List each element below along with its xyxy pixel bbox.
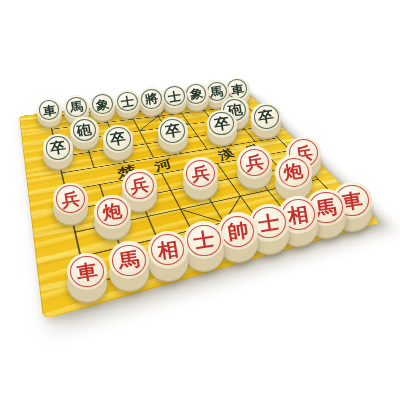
board-intersections bbox=[34, 91, 374, 307]
photo-stage: 楚河漢界 車馬象士將士象馬車砲砲卒卒卒卒卒兵兵兵兵兵炮炮車馬相士帥士相馬車 bbox=[0, 0, 400, 398]
xiangqi-board: 楚河漢界 bbox=[49, 96, 352, 285]
